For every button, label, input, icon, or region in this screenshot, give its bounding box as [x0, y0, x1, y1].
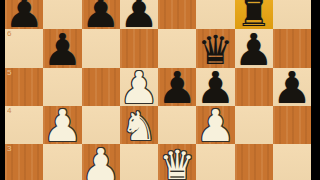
square-a4[interactable]: 4 [5, 106, 43, 144]
rank-label-3: 3 [7, 144, 11, 154]
white-queen-e3[interactable]: ♛ [158, 144, 196, 180]
square-c7[interactable]: ♟ [82, 0, 120, 29]
black-pawn-e5[interactable]: ♟ [158, 68, 196, 106]
black-pawn-b6[interactable]: ♟ [43, 29, 81, 67]
black-pawn-a7[interactable]: ♟ [5, 0, 43, 29]
square-h5[interactable]: ♟ [273, 68, 311, 106]
rank-label-4: 4 [7, 106, 11, 116]
square-a6[interactable]: 6 [5, 29, 43, 67]
square-b6[interactable]: ♟ [43, 29, 81, 67]
square-c6[interactable] [82, 29, 120, 67]
square-f4[interactable]: ♟ [196, 106, 234, 144]
black-pawn-d7[interactable]: ♟ [120, 0, 158, 29]
square-a3[interactable]: 3 [5, 144, 43, 180]
black-pawn-c7[interactable]: ♟ [82, 0, 120, 29]
white-pawn-d5[interactable]: ♟ [120, 68, 158, 106]
rank-label-5: 5 [7, 68, 11, 78]
square-f7[interactable] [196, 0, 234, 29]
square-f3[interactable] [196, 144, 234, 180]
square-c3[interactable]: ♟ [82, 144, 120, 180]
square-c5[interactable] [82, 68, 120, 106]
square-a5[interactable]: 5 [5, 68, 43, 106]
square-h3[interactable] [273, 144, 311, 180]
black-pawn-h5[interactable]: ♟ [273, 68, 311, 106]
chess-board: ♟♟♟♜6♟♛♟5♟♟♟♟4♟♞♟3♟♛ [5, 0, 311, 180]
square-g3[interactable] [235, 144, 273, 180]
video-frame-letterbox: ♟♟♟♜6♟♛♟5♟♟♟♟4♟♞♟3♟♛ [0, 0, 320, 180]
square-e4[interactable] [158, 106, 196, 144]
square-b3[interactable] [43, 144, 81, 180]
white-pawn-c3[interactable]: ♟ [82, 144, 120, 180]
square-b4[interactable]: ♟ [43, 106, 81, 144]
white-pawn-f4[interactable]: ♟ [196, 106, 234, 144]
white-knight-d4[interactable]: ♞ [120, 106, 158, 144]
square-h4[interactable] [273, 106, 311, 144]
square-d4[interactable]: ♞ [120, 106, 158, 144]
square-g5[interactable] [235, 68, 273, 106]
square-d7[interactable]: ♟ [120, 0, 158, 29]
square-d5[interactable]: ♟ [120, 68, 158, 106]
square-e5[interactable]: ♟ [158, 68, 196, 106]
square-h7[interactable] [273, 0, 311, 29]
black-pawn-g6[interactable]: ♟ [235, 29, 273, 67]
square-a7[interactable]: ♟ [5, 0, 43, 29]
square-g4[interactable] [235, 106, 273, 144]
square-e7[interactable] [158, 0, 196, 29]
white-pawn-b4[interactable]: ♟ [43, 106, 81, 144]
square-e3[interactable]: ♛ [158, 144, 196, 180]
rank-label-6: 6 [7, 29, 11, 39]
square-g6[interactable]: ♟ [235, 29, 273, 67]
square-d3[interactable] [120, 144, 158, 180]
